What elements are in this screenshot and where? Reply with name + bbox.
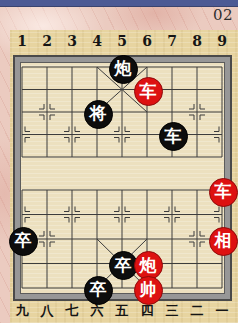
window-top-bar xyxy=(0,0,238,7)
piece-black-soldier[interactable]: 卒 xyxy=(9,227,38,256)
piece-red-elephant[interactable]: 相 xyxy=(209,227,238,256)
file-label-top-3: 3 xyxy=(62,33,82,49)
puzzle-number-label: 02 xyxy=(213,7,233,24)
file-label-top-1: 1 xyxy=(12,33,32,49)
file-label-bottom-7: 三 xyxy=(162,302,182,320)
piece-black-cannon[interactable]: 炮 xyxy=(109,55,138,84)
piece-black-chariot[interactable]: 车 xyxy=(159,122,188,151)
file-label-top-6: 6 xyxy=(137,33,157,49)
file-label-top-2: 2 xyxy=(37,33,57,49)
file-label-bottom-9: 一 xyxy=(212,302,232,320)
piece-red-chariot[interactable]: 车 xyxy=(134,77,163,106)
file-label-top-5: 5 xyxy=(112,33,132,49)
file-label-bottom-6: 四 xyxy=(137,302,157,320)
piece-black-soldier[interactable]: 卒 xyxy=(84,276,113,305)
file-label-top-4: 4 xyxy=(87,33,107,49)
piece-black-general[interactable]: 将 xyxy=(84,100,113,129)
file-label-bottom-2: 八 xyxy=(37,302,57,320)
file-label-bottom-1: 九 xyxy=(12,302,32,320)
piece-red-general[interactable]: 帅 xyxy=(134,276,163,305)
file-label-top-7: 7 xyxy=(162,33,182,49)
file-label-bottom-5: 五 xyxy=(112,302,132,320)
file-label-bottom-3: 七 xyxy=(62,302,82,320)
piece-red-chariot[interactable]: 车 xyxy=(209,178,238,207)
file-label-bottom-8: 二 xyxy=(187,302,207,320)
file-label-top-8: 8 xyxy=(187,33,207,49)
file-label-bottom-4: 六 xyxy=(87,302,107,320)
xiangqi-app-window: 02 123456789 九八七六五四三二一 炮车将车车卒相卒炮卒帅 xyxy=(0,0,238,323)
file-label-top-9: 9 xyxy=(212,33,232,49)
